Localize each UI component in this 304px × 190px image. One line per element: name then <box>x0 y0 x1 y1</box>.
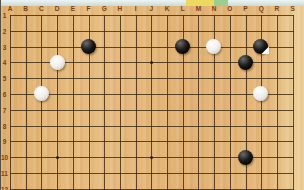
star-point-D10 <box>49 149 65 165</box>
star-dot <box>150 61 153 64</box>
board-grid[interactable] <box>2 7 300 190</box>
white-stone <box>50 55 65 70</box>
black-stone <box>238 55 253 70</box>
white-stone <box>253 86 268 101</box>
white-stone <box>34 86 49 101</box>
star-dot <box>150 156 153 159</box>
stone-white-N3 <box>206 39 222 55</box>
star-point-J10 <box>143 149 159 165</box>
black-stone <box>175 39 190 54</box>
white-stone <box>206 39 221 54</box>
last-move-marker-icon <box>261 46 269 54</box>
stone-black-P10 <box>237 149 253 165</box>
top-scroll-bar[interactable] <box>0 0 304 6</box>
stone-white-C6 <box>33 86 49 102</box>
star-point-J4 <box>143 54 159 70</box>
stone-white-Q6 <box>253 86 269 102</box>
black-stone <box>81 39 96 54</box>
go-app-window: ABCDEFGHIJKLMNOPQRS 123456789101112 <box>0 0 304 190</box>
yellow-highlight <box>186 0 214 6</box>
star-dot <box>56 156 59 159</box>
stone-black-P4 <box>237 54 253 70</box>
black-stone <box>238 150 253 165</box>
window-left-edge <box>0 0 1 190</box>
black-stone <box>253 39 268 54</box>
stone-black-F3 <box>81 39 97 55</box>
green-highlight <box>214 0 228 6</box>
stone-black-Q3 <box>253 39 269 55</box>
stone-white-D4 <box>49 54 65 70</box>
stone-black-L3 <box>175 39 191 55</box>
